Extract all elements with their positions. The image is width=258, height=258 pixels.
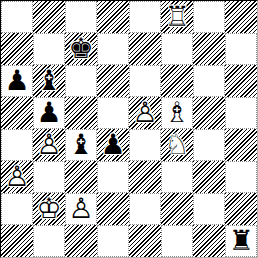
square-d6[interactable] (97, 65, 129, 97)
square-g3[interactable] (193, 161, 225, 193)
square-d5[interactable] (97, 97, 129, 129)
square-b5[interactable]: ♟ (33, 97, 65, 129)
square-b3[interactable] (33, 161, 65, 193)
square-g5[interactable] (193, 97, 225, 129)
square-b8[interactable] (33, 1, 65, 33)
square-d8[interactable] (97, 1, 129, 33)
white-king-outline-glyph: ♔ (33, 193, 65, 225)
square-a5[interactable] (1, 97, 33, 129)
black-pawn[interactable]: ♟ (97, 129, 129, 161)
white-knight-outline-glyph: ♘ (161, 129, 193, 161)
square-b6[interactable]: ♝ (33, 65, 65, 97)
square-e1[interactable] (129, 225, 161, 257)
black-king[interactable]: ♚ (65, 33, 97, 65)
square-b1[interactable] (33, 225, 65, 257)
square-f3[interactable] (161, 161, 193, 193)
black-pawn[interactable]: ♟ (2, 65, 32, 97)
white-knight[interactable]: ♞♘ (161, 129, 193, 161)
square-c6[interactable] (65, 65, 97, 97)
square-e8[interactable] (129, 1, 161, 33)
white-bishop[interactable]: ♝♗ (162, 97, 192, 129)
white-rook-outline-glyph: ♖ (161, 1, 193, 33)
square-g4[interactable] (193, 129, 225, 161)
square-g2[interactable] (193, 193, 225, 225)
white-pawn[interactable]: ♟♙ (33, 129, 65, 161)
white-king[interactable]: ♚♔ (33, 193, 65, 225)
square-c7[interactable]: ♚ (65, 33, 97, 65)
square-h3[interactable] (225, 161, 257, 193)
square-a2[interactable] (1, 193, 33, 225)
square-g1[interactable] (193, 225, 225, 257)
square-f2[interactable] (161, 193, 193, 225)
square-d3[interactable] (97, 161, 129, 193)
square-c2[interactable]: ♟♙ (65, 193, 97, 225)
square-f4[interactable]: ♞♘ (161, 129, 193, 161)
square-h5[interactable] (225, 97, 257, 129)
square-h2[interactable] (225, 193, 257, 225)
black-pawn-glyph: ♟ (34, 97, 64, 129)
square-f1[interactable] (161, 225, 193, 257)
square-g8[interactable] (193, 1, 225, 33)
square-b7[interactable] (33, 33, 65, 65)
black-rook-glyph: ♜ (226, 225, 256, 257)
white-pawn[interactable]: ♟♙ (66, 193, 96, 225)
square-a1[interactable] (1, 225, 33, 257)
white-pawn[interactable]: ♟♙ (129, 97, 161, 129)
square-e6[interactable] (129, 65, 161, 97)
square-b2[interactable]: ♚♔ (33, 193, 65, 225)
square-a3[interactable]: ♟♙ (1, 161, 33, 193)
square-d4[interactable]: ♟ (97, 129, 129, 161)
square-c8[interactable] (65, 1, 97, 33)
square-e5[interactable]: ♟♙ (129, 97, 161, 129)
white-rook[interactable]: ♜♖ (161, 1, 193, 33)
square-c4[interactable]: ♝ (65, 129, 97, 161)
square-h6[interactable] (225, 65, 257, 97)
chess-board: ♜♖♚♟♝♟♟♙♝♗♟♙♝♟♞♘♟♙♚♔♟♙♜ (0, 0, 258, 258)
square-c5[interactable] (65, 97, 97, 129)
square-c3[interactable] (65, 161, 97, 193)
black-bishop[interactable]: ♝ (66, 129, 96, 161)
black-pawn-glyph: ♟ (2, 65, 32, 97)
square-d2[interactable] (97, 193, 129, 225)
square-f8[interactable]: ♜♖ (161, 1, 193, 33)
square-h4[interactable] (225, 129, 257, 161)
square-e4[interactable] (129, 129, 161, 161)
square-h1[interactable]: ♜ (225, 225, 257, 257)
black-bishop-glyph: ♝ (33, 65, 65, 97)
white-pawn-outline-glyph: ♙ (129, 97, 161, 129)
square-a8[interactable] (1, 1, 33, 33)
white-bishop-outline-glyph: ♗ (162, 97, 192, 129)
square-b4[interactable]: ♟♙ (33, 129, 65, 161)
square-f7[interactable] (161, 33, 193, 65)
square-c1[interactable] (65, 225, 97, 257)
black-pawn-glyph: ♟ (97, 129, 129, 161)
square-f5[interactable]: ♝♗ (161, 97, 193, 129)
black-king-glyph: ♚ (65, 33, 97, 65)
square-d7[interactable] (97, 33, 129, 65)
black-bishop[interactable]: ♝ (33, 65, 65, 97)
black-pawn[interactable]: ♟ (34, 97, 64, 129)
square-a6[interactable]: ♟ (1, 65, 33, 97)
square-f6[interactable] (161, 65, 193, 97)
black-bishop-glyph: ♝ (66, 129, 96, 161)
white-pawn-outline-glyph: ♙ (33, 129, 65, 161)
white-pawn-outline-glyph: ♙ (1, 161, 33, 193)
square-g7[interactable] (193, 33, 225, 65)
square-h8[interactable] (225, 1, 257, 33)
square-g6[interactable] (193, 65, 225, 97)
white-pawn[interactable]: ♟♙ (1, 161, 33, 193)
square-e3[interactable] (129, 161, 161, 193)
white-pawn-outline-glyph: ♙ (66, 193, 96, 225)
black-rook[interactable]: ♜ (226, 225, 256, 257)
square-d1[interactable] (97, 225, 129, 257)
square-a4[interactable] (1, 129, 33, 161)
square-h7[interactable] (225, 33, 257, 65)
square-e7[interactable] (129, 33, 161, 65)
square-e2[interactable] (129, 193, 161, 225)
square-a7[interactable] (1, 33, 33, 65)
